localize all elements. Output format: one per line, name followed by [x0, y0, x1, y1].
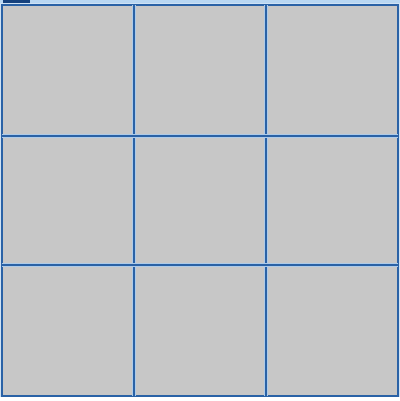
bottom-window-chrome-sliver: [0, 397, 400, 401]
sudoku-grid: [3, 6, 397, 395]
sudoku-app-window: [0, 0, 400, 401]
sudoku-board: [1, 4, 399, 397]
